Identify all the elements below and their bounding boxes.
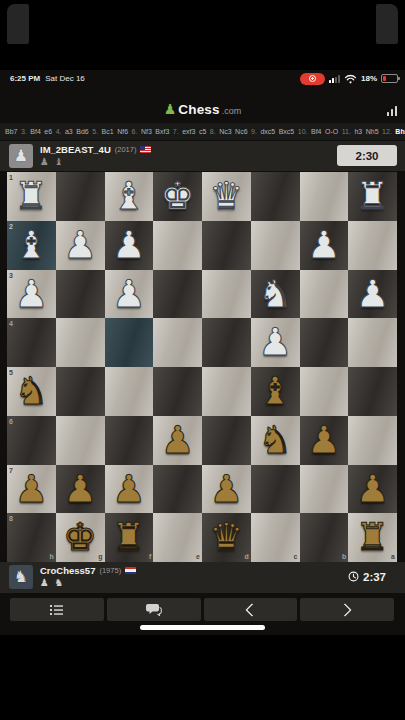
square-d4[interactable] — [202, 318, 251, 367]
square-c4[interactable]: ♟ — [251, 318, 300, 367]
square-b4[interactable] — [300, 318, 349, 367]
chevron-left-icon — [245, 602, 259, 616]
move[interactable]: e6 — [44, 128, 52, 135]
move[interactable]: Bd6 — [76, 128, 88, 135]
square-e8[interactable]: e — [153, 513, 202, 562]
clock-icon — [348, 571, 359, 582]
white-queen-d1: ♛ — [202, 172, 251, 220]
square-b6[interactable]: ♟ — [300, 416, 349, 465]
white-pawn-f2: ♟ — [105, 221, 154, 269]
square-f7[interactable]: ♟ — [105, 465, 154, 514]
square-e3[interactable] — [153, 270, 202, 319]
square-g4[interactable] — [56, 318, 105, 367]
game-toolbar — [10, 598, 394, 621]
black-captured-pieces: ♟ ♞ — [40, 577, 64, 589]
white-king-e1: ♚ — [153, 172, 202, 220]
move-number[interactable]: 12. — [382, 128, 392, 135]
square-a7[interactable]: ♟ — [348, 465, 397, 514]
move[interactable]: h3 — [354, 128, 362, 135]
move[interactable]: Bf4 — [311, 128, 322, 135]
square-c3[interactable]: ♞ — [251, 270, 300, 319]
square-f6[interactable] — [105, 416, 154, 465]
black-king-g8: ♚ — [56, 513, 105, 561]
square-h5[interactable]: 5♞ — [7, 367, 56, 416]
square-h2[interactable]: 2♝ — [7, 221, 56, 270]
wifi-icon — [344, 74, 357, 84]
black-bishop-c5: ♝ — [251, 367, 300, 415]
black-clock: 2:37 — [337, 566, 397, 587]
rank-label: 5 — [9, 369, 13, 376]
square-d5[interactable] — [202, 367, 251, 416]
square-f1[interactable]: ♝ — [105, 172, 154, 221]
move-number[interactable]: 5. — [92, 128, 98, 135]
moves-list-icon — [49, 604, 64, 616]
black-knight-h5: ♞ — [7, 367, 56, 415]
square-h1[interactable]: 1♜ — [7, 172, 56, 221]
rank-label: 3 — [9, 272, 13, 279]
white-pawn-c4: ♟ — [251, 318, 300, 366]
square-g2[interactable]: ♟ — [56, 221, 105, 270]
chesscom-logo-tld: .com — [222, 106, 242, 116]
move-number[interactable]: 3. — [21, 128, 27, 135]
battery-percent: 18% — [361, 74, 377, 83]
black-rook-a8: ♜ — [348, 513, 397, 561]
white-rook-a1: ♜ — [348, 172, 397, 220]
app-header: ♟ Chess .com — [0, 96, 405, 122]
rank-label: 4 — [9, 320, 13, 327]
connection-strength-icon — [387, 106, 397, 116]
square-e1[interactable]: ♚ — [153, 172, 202, 221]
square-g3[interactable] — [56, 270, 105, 319]
video-corner-right — [376, 4, 398, 44]
square-c7[interactable] — [251, 465, 300, 514]
move[interactable]: Nf6 — [117, 128, 128, 135]
move-number[interactable]: 11. — [342, 128, 351, 135]
move-number[interactable]: 6. — [132, 128, 138, 135]
move-number[interactable]: 7. — [173, 128, 179, 135]
square-b7[interactable] — [300, 465, 349, 514]
player-bar-white: ♟ IM_2BEAST_4U (2017) ♟ ♝ 2:30 — [0, 141, 405, 171]
white-pawn-h3: ♟ — [7, 270, 56, 318]
square-b8[interactable]: b — [300, 513, 349, 562]
move[interactable]: c5 — [199, 128, 206, 135]
square-c8[interactable]: c — [251, 513, 300, 562]
square-g5[interactable] — [56, 367, 105, 416]
file-label: a — [391, 553, 395, 560]
video-corner-left — [7, 4, 29, 44]
square-a4[interactable] — [348, 318, 397, 367]
move-number[interactable]: 10. — [298, 128, 308, 135]
black-pawn-h7: ♟ — [7, 465, 56, 513]
battery-icon — [381, 74, 398, 83]
move[interactable]: dxc5 — [260, 128, 275, 135]
white-pawn-f3: ♟ — [105, 270, 154, 318]
white-clock: 2:30 — [337, 145, 397, 166]
rank-label: 1 — [9, 174, 13, 181]
white-player-name[interactable]: IM_2BEAST_4U — [40, 144, 111, 155]
rank-label: 7 — [9, 467, 13, 474]
move-list[interactable]: Bb73.Bf4e64.a3Bd65.Bc1Nf66.Nf3Bxf37.exf3… — [0, 123, 405, 140]
square-a3[interactable]: ♟ — [348, 270, 397, 319]
square-a2[interactable] — [348, 221, 397, 270]
move[interactable]: O-O — [325, 128, 338, 135]
move[interactable]: Bh2 — [395, 128, 405, 135]
square-a1[interactable]: ♜ — [348, 172, 397, 221]
square-g6[interactable] — [56, 416, 105, 465]
square-d8[interactable]: d♛ — [202, 513, 251, 562]
black-player-rating: (1975) — [99, 566, 121, 575]
file-label: d — [244, 553, 248, 560]
screen-recording-indicator[interactable] — [300, 73, 325, 85]
file-label: c — [294, 553, 298, 560]
white-pawn-g2: ♟ — [56, 221, 105, 269]
black-pawn-d7: ♟ — [202, 465, 251, 513]
square-f8[interactable]: f♜ — [105, 513, 154, 562]
square-d3[interactable] — [202, 270, 251, 319]
move-number[interactable]: 9. — [251, 128, 257, 135]
chat-button[interactable] — [107, 598, 201, 621]
move[interactable]: Nh5 — [366, 128, 379, 135]
rank-label: 6 — [9, 418, 13, 425]
black-player-name[interactable]: CroChess57 — [40, 565, 95, 576]
square-e5[interactable] — [153, 367, 202, 416]
square-d7[interactable]: ♟ — [202, 465, 251, 514]
square-b2[interactable]: ♟ — [300, 221, 349, 270]
square-c6[interactable]: ♞ — [251, 416, 300, 465]
square-f5[interactable] — [105, 367, 154, 416]
square-b1[interactable] — [300, 172, 349, 221]
rank-label: 2 — [9, 223, 13, 230]
square-d2[interactable] — [202, 221, 251, 270]
white-rook-h1: ♜ — [7, 172, 56, 220]
black-pawn-e6: ♟ — [153, 416, 202, 464]
move[interactable]: Bc1 — [102, 128, 114, 135]
move-number[interactable]: 4. — [56, 128, 62, 135]
move[interactable]: Nf3 — [141, 128, 152, 135]
chat-icon — [146, 603, 162, 616]
file-label: e — [196, 553, 200, 560]
black-knight-c6: ♞ — [251, 416, 300, 464]
white-bishop-f1: ♝ — [105, 172, 154, 220]
white-captured-pieces: ♟ ♝ — [40, 156, 64, 168]
black-player-avatar[interactable]: ♞ — [9, 565, 33, 589]
rank-label: 8 — [9, 515, 13, 522]
move[interactable]: Bf4 — [30, 128, 41, 135]
square-c5[interactable]: ♝ — [251, 367, 300, 416]
file-label: f — [149, 553, 151, 560]
black-pawn-f7: ♟ — [105, 465, 154, 513]
square-d6[interactable] — [202, 416, 251, 465]
square-h6[interactable]: 6 — [7, 416, 56, 465]
square-h7[interactable]: 7♟ — [7, 465, 56, 514]
chesscom-pawn-icon: ♟ — [164, 102, 177, 116]
square-c1[interactable] — [251, 172, 300, 221]
white-player-avatar[interactable]: ♟ — [9, 144, 33, 168]
chess-app: 6:25 PM Sat Dec 16 18% ♟ Chess .com — [0, 70, 405, 635]
home-indicator[interactable] — [140, 625, 265, 630]
square-b3[interactable] — [300, 270, 349, 319]
square-e2[interactable] — [153, 221, 202, 270]
move[interactable]: Bxf3 — [155, 128, 169, 135]
black-clock-time: 2:37 — [363, 571, 386, 583]
square-a6[interactable] — [348, 416, 397, 465]
square-f4[interactable] — [105, 318, 154, 367]
player-bar-black: ♞ CroChess57 (1975) ♟ ♞ 2:37 — [0, 562, 405, 593]
square-h4[interactable]: 4 — [7, 318, 56, 367]
square-h3[interactable]: 3♟ — [7, 270, 56, 319]
square-e6[interactable]: ♟ — [153, 416, 202, 465]
chess-board: 1♜♝♚♛♜2♝♟♟♟3♟♟♞♟4♟5♞♝6♟♞♟7♟♟♟♟♟8hg♚f♜ed♛… — [7, 172, 397, 562]
moves-list-button[interactable] — [10, 598, 104, 621]
square-f3[interactable]: ♟ — [105, 270, 154, 319]
square-g8[interactable]: g♚ — [56, 513, 105, 562]
move[interactable]: Nc6 — [235, 128, 247, 135]
black-pawn-a7: ♟ — [348, 465, 397, 513]
square-e4[interactable] — [153, 318, 202, 367]
black-queen-d8: ♛ — [202, 513, 251, 561]
square-a8[interactable]: a♜ — [348, 513, 397, 562]
move[interactable]: Bb7 — [5, 128, 17, 135]
white-pawn-a3: ♟ — [348, 270, 397, 318]
black-rook-f8: ♜ — [105, 513, 154, 561]
square-e7[interactable] — [153, 465, 202, 514]
record-icon — [309, 75, 316, 82]
status-time: 6:25 PM — [10, 74, 40, 83]
black-pawn-g7: ♟ — [56, 465, 105, 513]
file-label: h — [49, 553, 53, 560]
square-h8[interactable]: 8h — [7, 513, 56, 562]
previous-move-button[interactable] — [204, 598, 298, 621]
white-player-flag — [140, 146, 151, 153]
white-bishop-h2: ♝ — [7, 221, 56, 269]
square-c2[interactable] — [251, 221, 300, 270]
square-d1[interactable]: ♛ — [202, 172, 251, 221]
white-knight-c3: ♞ — [251, 270, 300, 318]
file-label: b — [342, 553, 346, 560]
black-pawn-b6: ♟ — [300, 416, 349, 464]
video-frame: 6:25 PM Sat Dec 16 18% ♟ Chess .com — [0, 0, 405, 720]
black-player-flag — [125, 567, 136, 574]
square-b5[interactable] — [300, 367, 349, 416]
status-date: Sat Dec 16 — [45, 74, 85, 83]
move-number[interactable]: 8. — [210, 128, 216, 135]
square-f2[interactable]: ♟ — [105, 221, 154, 270]
file-label: g — [98, 553, 102, 560]
square-g7[interactable]: ♟ — [56, 465, 105, 514]
cellular-signal-icon — [329, 75, 340, 83]
next-move-button[interactable] — [300, 598, 394, 621]
move[interactable]: a3 — [65, 128, 73, 135]
move[interactable]: Nc3 — [219, 128, 231, 135]
move[interactable]: exf3 — [182, 128, 195, 135]
square-a5[interactable] — [348, 367, 397, 416]
square-g1[interactable] — [56, 172, 105, 221]
white-pawn-b2: ♟ — [300, 221, 349, 269]
chevron-right-icon — [338, 602, 352, 616]
chesscom-logo: Chess — [178, 102, 220, 117]
move[interactable]: Bxc5 — [279, 128, 295, 135]
status-bar: 6:25 PM Sat Dec 16 18% — [10, 72, 398, 85]
white-clock-time: 2:30 — [355, 150, 378, 162]
white-player-rating: (2017) — [115, 145, 137, 154]
